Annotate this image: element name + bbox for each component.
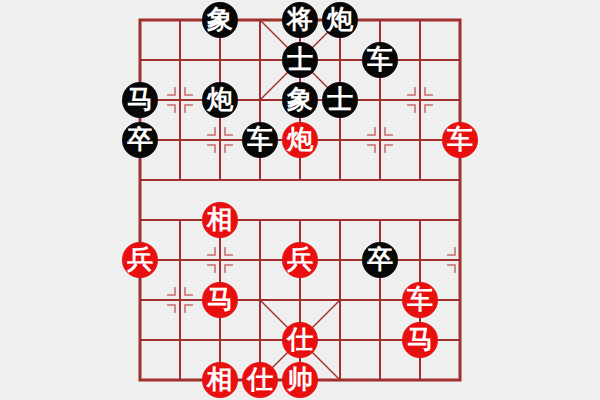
piece-red-elephant[interactable]: 相 <box>202 202 238 238</box>
board-cell[interactable] <box>160 120 200 160</box>
board-cell[interactable] <box>360 120 400 160</box>
board-cell[interactable] <box>360 80 400 120</box>
board-cell[interactable]: 象 <box>200 0 240 40</box>
xiangqi-app: 象将炮士车马炮象士卒车炮车相兵兵卒马车仕马相仕帅 <box>0 0 600 400</box>
board-cell[interactable] <box>160 320 200 360</box>
board-cell[interactable]: 仕 <box>280 320 320 360</box>
board-cell[interactable]: 炮 <box>320 0 360 40</box>
board-cell[interactable]: 兵 <box>120 240 160 280</box>
board-cell[interactable] <box>440 160 480 200</box>
board-cell[interactable] <box>280 280 320 320</box>
board-cell[interactable] <box>280 160 320 200</box>
board-cell[interactable] <box>400 160 440 200</box>
board-cell[interactable] <box>360 280 400 320</box>
board-cell[interactable] <box>200 320 240 360</box>
board-cell[interactable] <box>360 200 400 240</box>
board-cell[interactable] <box>440 40 480 80</box>
board-cell[interactable] <box>120 200 160 240</box>
board-cell[interactable] <box>240 40 280 80</box>
board-cell[interactable] <box>160 280 200 320</box>
board-cell[interactable] <box>160 200 200 240</box>
piece-red-horse[interactable]: 马 <box>402 322 438 358</box>
board-cell[interactable]: 马 <box>400 320 440 360</box>
board-cell[interactable]: 炮 <box>280 120 320 160</box>
board-cell[interactable] <box>320 40 360 80</box>
board-cell[interactable]: 相 <box>200 200 240 240</box>
piece-black-soldier[interactable]: 卒 <box>362 242 398 278</box>
board-cell[interactable] <box>320 320 360 360</box>
board-cell[interactable] <box>240 320 280 360</box>
board-cell[interactable] <box>240 240 280 280</box>
board-cell[interactable]: 马 <box>200 280 240 320</box>
board-cell[interactable]: 士 <box>280 40 320 80</box>
piece-red-horse[interactable]: 马 <box>202 282 238 318</box>
board-cell[interactable] <box>160 0 200 40</box>
board-cell[interactable] <box>160 80 200 120</box>
board-cell[interactable] <box>160 360 200 400</box>
board-cell[interactable] <box>320 280 360 320</box>
board-cell[interactable] <box>120 360 160 400</box>
piece-red-general[interactable]: 帅 <box>282 362 318 398</box>
board-cell[interactable]: 相 <box>200 360 240 400</box>
piece-black-soldier[interactable]: 卒 <box>122 122 158 158</box>
board-cell[interactable]: 车 <box>440 120 480 160</box>
piece-red-soldier[interactable]: 兵 <box>122 242 158 278</box>
piece-black-elephant[interactable]: 象 <box>202 2 238 38</box>
board-cell[interactable] <box>280 200 320 240</box>
board-cell[interactable]: 仕 <box>240 360 280 400</box>
board-cell[interactable] <box>200 240 240 280</box>
board-cell[interactable] <box>400 360 440 400</box>
piece-black-elephant[interactable]: 象 <box>282 82 318 118</box>
board-cell[interactable] <box>400 80 440 120</box>
board-cell[interactable] <box>400 0 440 40</box>
board-cell[interactable] <box>160 240 200 280</box>
board-cell[interactable] <box>200 160 240 200</box>
board-cell[interactable] <box>200 120 240 160</box>
board-cell[interactable] <box>160 160 200 200</box>
piece-red-advisor[interactable]: 仕 <box>242 362 278 398</box>
piece-black-general[interactable]: 将 <box>282 2 318 38</box>
board-cell[interactable]: 车 <box>400 280 440 320</box>
board-cell[interactable] <box>360 320 400 360</box>
board-cell[interactable] <box>320 240 360 280</box>
board-cell[interactable] <box>240 80 280 120</box>
piece-black-chariot[interactable]: 车 <box>242 122 278 158</box>
board-cell[interactable] <box>320 360 360 400</box>
board-cell[interactable] <box>240 280 280 320</box>
board-cell[interactable] <box>120 280 160 320</box>
board-grid: 象将炮士车马炮象士卒车炮车相兵兵卒马车仕马相仕帅 <box>120 0 480 400</box>
piece-black-horse[interactable]: 马 <box>122 82 158 118</box>
board-cell[interactable] <box>240 160 280 200</box>
board-cell[interactable] <box>400 240 440 280</box>
board-cell[interactable] <box>440 0 480 40</box>
board-cell[interactable] <box>440 280 480 320</box>
board-cell[interactable] <box>320 120 360 160</box>
board-cell[interactable] <box>400 120 440 160</box>
board-cell[interactable] <box>440 360 480 400</box>
board-cell[interactable] <box>440 240 480 280</box>
board-cell[interactable] <box>160 40 200 80</box>
board-cell[interactable]: 士 <box>320 80 360 120</box>
piece-black-advisor[interactable]: 士 <box>322 82 358 118</box>
board-cell[interactable] <box>360 360 400 400</box>
board-cell[interactable] <box>120 40 160 80</box>
board-cell[interactable] <box>360 160 400 200</box>
board-cell[interactable] <box>240 200 280 240</box>
board-cell[interactable]: 车 <box>240 120 280 160</box>
board-cell[interactable]: 兵 <box>280 240 320 280</box>
piece-red-cannon[interactable]: 炮 <box>282 122 318 158</box>
board-cell[interactable]: 卒 <box>360 240 400 280</box>
board-cell[interactable] <box>440 320 480 360</box>
board-cell[interactable] <box>400 40 440 80</box>
board-cell[interactable]: 卒 <box>120 120 160 160</box>
board-cell[interactable] <box>440 200 480 240</box>
board-cell[interactable] <box>440 80 480 120</box>
board-cell[interactable] <box>320 200 360 240</box>
board-cell[interactable]: 马 <box>120 80 160 120</box>
piece-red-advisor[interactable]: 仕 <box>282 322 318 358</box>
piece-black-cannon[interactable]: 炮 <box>322 2 358 38</box>
board-cell[interactable]: 炮 <box>200 80 240 120</box>
board-cell[interactable]: 车 <box>360 40 400 80</box>
board-cell[interactable] <box>240 0 280 40</box>
board-cell[interactable]: 象 <box>280 80 320 120</box>
piece-red-soldier[interactable]: 兵 <box>282 242 318 278</box>
board-cell[interactable] <box>400 200 440 240</box>
board-cell[interactable] <box>200 40 240 80</box>
board-cell[interactable] <box>120 0 160 40</box>
board-cell[interactable] <box>360 0 400 40</box>
board-cell[interactable] <box>320 160 360 200</box>
piece-black-advisor[interactable]: 士 <box>282 42 318 78</box>
piece-red-chariot[interactable]: 车 <box>402 282 438 318</box>
piece-black-cannon[interactable]: 炮 <box>202 82 238 118</box>
board-cell[interactable]: 帅 <box>280 360 320 400</box>
board-cell[interactable] <box>120 160 160 200</box>
piece-black-chariot[interactable]: 车 <box>362 42 398 78</box>
board-cell[interactable] <box>120 320 160 360</box>
piece-red-chariot[interactable]: 车 <box>442 122 478 158</box>
board-cell[interactable]: 将 <box>280 0 320 40</box>
piece-red-elephant[interactable]: 相 <box>202 362 238 398</box>
